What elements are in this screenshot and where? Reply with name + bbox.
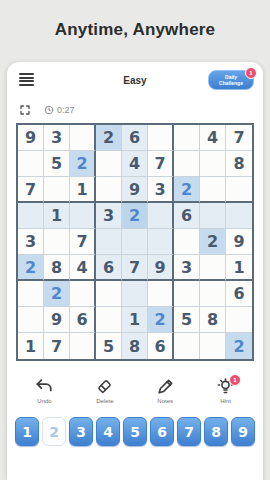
cell-r8c4[interactable] [96,307,122,333]
cell-r9c8[interactable] [200,333,226,359]
hint-badge: 1 [229,374,241,386]
cell-r4c8[interactable] [200,203,226,229]
notes-button[interactable]: Notes [156,377,175,404]
eraser-icon [95,377,114,396]
cell-r9c2[interactable]: 7 [44,333,70,359]
undo-label: Undo [37,398,51,404]
sudoku-board: 9326475247871932132637292846793126961258… [16,123,254,361]
card-header: Easy Daily Challenge 1 [7,62,263,100]
cell-r4c2[interactable]: 1 [44,203,70,229]
cell-r1c5[interactable]: 6 [122,125,148,151]
cell-r6c1[interactable]: 2 [18,255,44,281]
cell-r6c9[interactable]: 1 [226,255,252,281]
cell-r8c7[interactable]: 5 [174,307,200,333]
cell-r4c6[interactable] [148,203,174,229]
cell-r1c4[interactable]: 2 [96,125,122,151]
cell-r1c8[interactable]: 4 [200,125,226,151]
numpad-5[interactable]: 5 [123,417,147,446]
numpad-6[interactable]: 6 [150,417,174,446]
cell-r8c3[interactable]: 6 [70,307,96,333]
cell-r3c3[interactable]: 1 [70,177,96,203]
cell-r9c4[interactable]: 5 [96,333,122,359]
cell-r9c3[interactable] [70,333,96,359]
numpad-8[interactable]: 8 [204,417,228,446]
cell-r7c1[interactable] [18,281,44,307]
cell-r4c1[interactable] [18,203,44,229]
cell-r4c5[interactable]: 2 [122,203,148,229]
cell-r8c5[interactable]: 1 [122,307,148,333]
cell-r7c4[interactable] [96,281,122,307]
cell-r5c3[interactable]: 7 [70,229,96,255]
cell-r8c2[interactable]: 9 [44,307,70,333]
cell-r4c3[interactable] [70,203,96,229]
cell-r7c9[interactable]: 6 [226,281,252,307]
clock-icon [44,105,54,115]
cell-r3c7[interactable]: 2 [174,177,200,203]
numpad-2[interactable]: 2 [42,417,66,446]
cell-r5c4[interactable] [96,229,122,255]
cell-r3c9[interactable] [226,177,252,203]
numpad-1[interactable]: 1 [15,417,39,446]
cell-r3c5[interactable]: 9 [122,177,148,203]
challenge-badge: 1 [245,67,257,79]
cell-r2c4[interactable] [96,151,122,177]
cell-r3c8[interactable] [200,177,226,203]
cell-r7c7[interactable] [174,281,200,307]
cell-r9c7[interactable] [174,333,200,359]
numpad-4[interactable]: 4 [96,417,120,446]
cell-r7c3[interactable] [70,281,96,307]
numpad-3[interactable]: 3 [69,417,93,446]
cell-r7c2[interactable]: 2 [44,281,70,307]
daily-challenge-button[interactable]: Daily Challenge 1 [208,70,254,90]
cell-r4c9[interactable] [226,203,252,229]
cell-r5c9[interactable]: 9 [226,229,252,255]
numpad-9[interactable]: 9 [231,417,255,446]
cell-r7c8[interactable] [200,281,226,307]
cell-r7c5[interactable] [122,281,148,307]
cell-r3c1[interactable]: 7 [18,177,44,203]
hint-button[interactable]: Hint 1 [216,377,235,404]
cell-r5c8[interactable]: 2 [200,229,226,255]
fullscreen-icon[interactable] [19,104,31,116]
cell-r6c3[interactable]: 4 [70,255,96,281]
undo-button[interactable]: Undo [35,377,54,404]
cell-r9c5[interactable]: 8 [122,333,148,359]
cell-r9c6[interactable]: 6 [148,333,174,359]
cell-r5c7[interactable] [174,229,200,255]
cell-r2c8[interactable] [200,151,226,177]
cell-r1c3[interactable] [70,125,96,151]
cell-r6c8[interactable] [200,255,226,281]
cell-r6c6[interactable]: 9 [148,255,174,281]
toolbar: Undo Delete Notes [7,377,263,404]
cell-r1c7[interactable] [174,125,200,151]
cell-r1c9[interactable]: 7 [226,125,252,151]
cell-r2c5[interactable]: 4 [122,151,148,177]
cell-r2c2[interactable]: 5 [44,151,70,177]
hint-label: Hint [220,398,231,404]
number-pad: 123456789 [7,417,263,446]
undo-icon [35,377,54,396]
cell-r5c2[interactable] [44,229,70,255]
game-card: Easy Daily Challenge 1 0:27 932647524787… [7,62,263,480]
cell-r6c5[interactable]: 7 [122,255,148,281]
cell-r3c2[interactable] [44,177,70,203]
cell-r8c1[interactable] [18,307,44,333]
cell-r3c4[interactable] [96,177,122,203]
pencil-icon [156,377,175,396]
cell-r2c3[interactable]: 2 [70,151,96,177]
cell-r8c6[interactable]: 2 [148,307,174,333]
cell-r5c6[interactable] [148,229,174,255]
cell-r7c6[interactable] [148,281,174,307]
challenge-button-line2: Challenge [219,80,243,86]
cell-r4c7[interactable]: 6 [174,203,200,229]
cell-r6c7[interactable]: 3 [174,255,200,281]
cell-r8c9[interactable] [226,307,252,333]
cell-r2c6[interactable]: 7 [148,151,174,177]
cell-r6c4[interactable]: 6 [96,255,122,281]
app-tagline: Anytime, Anywhere [0,0,270,40]
cell-r5c1[interactable]: 3 [18,229,44,255]
delete-label: Delete [96,398,113,404]
notes-label: Notes [157,398,173,404]
delete-button[interactable]: Delete [95,377,114,404]
cell-r9c9[interactable]: 2 [226,333,252,359]
timer-value: 0:27 [57,105,75,115]
cell-r5c5[interactable] [122,229,148,255]
numpad-7[interactable]: 7 [177,417,201,446]
cell-r2c9[interactable]: 8 [226,151,252,177]
cell-r4c4[interactable]: 3 [96,203,122,229]
cell-r2c1[interactable] [18,151,44,177]
cell-r9c1[interactable]: 1 [18,333,44,359]
sub-header: 0:27 [7,100,263,120]
cell-r3c6[interactable]: 3 [148,177,174,203]
cell-r2c7[interactable] [174,151,200,177]
timer: 0:27 [44,105,75,115]
cell-r6c2[interactable]: 8 [44,255,70,281]
cell-r1c2[interactable]: 3 [44,125,70,151]
cell-r1c6[interactable] [148,125,174,151]
cell-r8c8[interactable]: 8 [200,307,226,333]
cell-r1c1[interactable]: 9 [18,125,44,151]
